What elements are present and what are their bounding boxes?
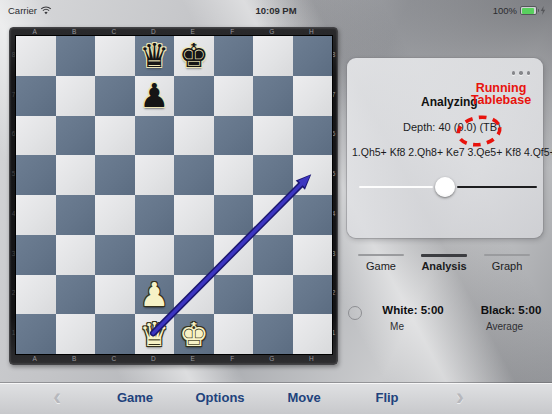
status-bar: Carrier 10:09 PM 100% [0,0,552,20]
square-c3[interactable] [95,235,135,275]
toolbar-button-options[interactable]: Options [195,390,244,405]
analysis-panel: Analyzing Running Tablebase Depth: 40 (0… [347,58,543,238]
coord-file-c: C [94,356,134,363]
coord-file-d: D [134,356,174,363]
square-e8[interactable]: ♚ [174,36,214,76]
square-b4[interactable] [56,195,96,235]
coord-file-b: B [55,356,95,363]
square-g3[interactable] [253,235,293,275]
black-player-label: Average [477,321,532,332]
tab-label: Game [352,260,410,272]
square-e7[interactable] [174,76,214,116]
tab-graph[interactable]: Graph [478,254,536,272]
square-f1[interactable] [214,314,254,354]
square-g1[interactable] [253,314,293,354]
board-grid[interactable]: ♛♚♟♟♛♚ [15,35,333,355]
square-b2[interactable] [56,275,96,315]
toolbar-button-move[interactable]: Move [287,390,320,405]
white-queen-d1[interactable]: ♛ [135,314,175,354]
square-h1[interactable] [293,314,333,354]
square-g2[interactable] [253,275,293,315]
slider-track-right[interactable] [457,186,537,188]
square-h2[interactable] [293,275,333,315]
square-g6[interactable] [253,116,293,156]
toolbar-button-game[interactable]: Game [117,390,153,405]
square-e3[interactable] [174,235,214,275]
square-c8[interactable] [95,36,135,76]
square-h4[interactable] [293,195,333,235]
white-pawn-d2[interactable]: ♟ [135,275,175,315]
tab-game[interactable]: Game [352,254,410,272]
square-h8[interactable] [293,36,333,76]
square-g4[interactable] [253,195,293,235]
square-b3[interactable] [56,235,96,275]
square-b5[interactable] [56,155,96,195]
clock-time: 10:09 PM [0,5,552,16]
analysis-slider[interactable] [359,177,537,197]
next-chevron-icon[interactable]: › [456,383,464,411]
square-b6[interactable] [56,116,96,156]
black-queen-d8[interactable]: ♛ [135,36,175,76]
black-clock-label: Black: 5:00 [477,304,545,316]
square-d2[interactable]: ♟ [135,275,175,315]
square-a2[interactable] [16,275,56,315]
square-h5[interactable] [293,155,333,195]
tab-indicator-bar [358,254,404,256]
square-a7[interactable] [16,76,56,116]
square-a4[interactable] [16,195,56,235]
square-b8[interactable] [56,36,96,76]
battery-icon [520,6,537,15]
square-d8[interactable]: ♛ [135,36,175,76]
square-d7[interactable]: ♟ [135,76,175,116]
square-d5[interactable] [135,155,175,195]
square-g5[interactable] [253,155,293,195]
square-f7[interactable] [214,76,254,116]
white-turn-radio[interactable] [348,306,362,320]
square-c7[interactable] [95,76,135,116]
square-a6[interactable] [16,116,56,156]
running-tablebase-annotation: Running Tablebase [469,83,533,106]
square-c4[interactable] [95,195,135,235]
slider-knob[interactable] [435,177,455,197]
square-c2[interactable] [95,275,135,315]
square-f3[interactable] [214,235,254,275]
square-d3[interactable] [135,235,175,275]
square-d1[interactable]: ♛ [135,314,175,354]
square-f4[interactable] [214,195,254,235]
depth-eval-label: Depth: 40 (0.0) (TB) [403,121,501,133]
toolbar-button-flip[interactable]: Flip [375,390,398,405]
prev-chevron-icon[interactable]: ‹ [53,383,61,411]
square-f6[interactable] [214,116,254,156]
square-g7[interactable] [253,76,293,116]
tab-indicator-bar [484,254,530,256]
square-h6[interactable] [293,116,333,156]
tab-label: Analysis [415,260,473,272]
tab-analysis[interactable]: Analysis [415,254,473,272]
annotation-line2: Tablebase [469,95,533,107]
square-e5[interactable] [174,155,214,195]
square-e2[interactable] [174,275,214,315]
coord-file-a: A [15,356,55,363]
square-b7[interactable] [56,76,96,116]
coord-file-g: G [252,356,292,363]
square-e1[interactable]: ♚ [174,314,214,354]
square-c6[interactable] [95,116,135,156]
bottom-toolbar: ‹ › GameOptionsMoveFlip [0,383,552,414]
square-f8[interactable] [214,36,254,76]
more-options-dots-icon[interactable] [512,71,531,75]
square-f2[interactable] [214,275,254,315]
principal-variation-line: 1.Qh5+ Kf8 2.Qh8+ Ke7 3.Qe5+ Kf8 4.Qf5+.… [352,146,541,158]
square-c5[interactable] [95,155,135,195]
square-g8[interactable] [253,36,293,76]
chess-app-screen: { "game": "chess", "position": { "fen": … [0,0,552,414]
square-a5[interactable] [16,155,56,195]
square-b1[interactable] [56,314,96,354]
coord-file-f: F [213,356,253,363]
white-player-label: Me [372,321,422,332]
white-king-e1[interactable]: ♚ [174,314,214,354]
white-clock-label: White: 5:00 [372,304,454,316]
square-e4[interactable] [174,195,214,235]
panel-tabs: GameAnalysisGraph [352,254,536,272]
coord-file-h: H [292,356,332,363]
square-a3[interactable] [16,235,56,275]
square-d6[interactable] [135,116,175,156]
square-f5[interactable] [214,155,254,195]
black-king-e8[interactable]: ♚ [174,36,214,76]
square-e6[interactable] [174,116,214,156]
tab-label: Graph [478,260,536,272]
chess-board: AABBCCDDEEFFGGHH8877665544332211 ♛♚♟♟♛♚ [9,27,338,365]
square-h7[interactable] [293,76,333,116]
square-a1[interactable] [16,314,56,354]
tab-indicator-bar [421,254,467,257]
square-d4[interactable] [135,195,175,235]
square-h3[interactable] [293,235,333,275]
square-a8[interactable] [16,36,56,76]
square-c1[interactable] [95,314,135,354]
charging-bolt-icon [540,6,546,15]
battery-percent-label: 100% [493,5,517,16]
slider-track-left[interactable] [359,186,433,188]
coord-file-e: E [173,356,213,363]
black-pawn-d7[interactable]: ♟ [135,76,175,116]
